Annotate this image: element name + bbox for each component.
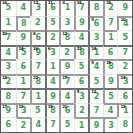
cell-r3c5[interactable]: 128 [59, 30, 74, 45]
cage-sum-label: 13 [33, 1, 38, 5]
cage-sum-label: 17 [2, 105, 7, 109]
digit-r8c1: 9 [5, 107, 11, 115]
cell-r1c3[interactable]: 133 [30, 1, 45, 16]
cell-r6c4[interactable]: 4 [45, 74, 60, 89]
digit-r9c7: 9 [94, 122, 100, 130]
digit-r1c3: 3 [36, 4, 42, 12]
cage-sum-label: 4 [62, 1, 64, 5]
cell-r8c4[interactable]: 158 [45, 103, 60, 118]
digit-r3c6: 4 [79, 34, 85, 42]
cell-r4c6[interactable]: 228 [74, 45, 89, 60]
cell-r2c8[interactable]: 7 [103, 16, 118, 31]
digit-r7c5: 4 [65, 93, 71, 101]
digit-r4c1: 4 [5, 49, 11, 57]
cell-r1c6[interactable]: 247 [74, 1, 89, 16]
cell-r3c1[interactable]: 207 [1, 30, 16, 45]
digit-r9c3: 4 [36, 121, 42, 129]
cell-r3c6[interactable]: 4 [74, 30, 89, 45]
cell-r2c4[interactable]: 5 [45, 16, 60, 31]
digit-r4c2: 5 [21, 49, 27, 57]
cell-r7c3[interactable]: 1 [30, 88, 45, 103]
digit-r7c6: 3 [79, 93, 85, 101]
cell-r4c1[interactable]: 4 [1, 45, 16, 60]
cell-r9c8[interactable]: 3 [103, 117, 118, 132]
cell-r2c7[interactable]: 96 [88, 16, 103, 31]
digit-r2c3: 2 [35, 19, 41, 27]
digit-r5c2: 6 [21, 63, 27, 71]
digit-r9c5: 5 [65, 121, 71, 129]
cell-r1c7[interactable]: 8 [88, 1, 103, 16]
digit-r8c4: 8 [50, 107, 56, 115]
cell-r8c1[interactable]: 179 [1, 103, 16, 118]
cell-r1c4[interactable]: 116 [45, 1, 60, 16]
digit-r6c3: 8 [36, 78, 42, 86]
cell-r1c9[interactable]: 9 [117, 1, 132, 16]
cell-r1c1[interactable]: 105 [1, 1, 16, 16]
cell-r9c7[interactable]: 9 [88, 117, 103, 132]
digit-r5c4: 1 [50, 63, 56, 71]
digit-r2c5: 3 [65, 19, 71, 27]
cell-r6c6[interactable]: 6 [74, 74, 89, 89]
cell-r6c8[interactable]: 9 [103, 74, 118, 89]
digit-r9c8: 3 [108, 122, 114, 130]
digit-r2c1: 1 [5, 19, 11, 27]
cage-sum-label: 24 [77, 1, 82, 5]
digit-r5c6: 5 [79, 63, 85, 71]
cage-sum-label: 18 [106, 1, 111, 5]
digit-r6c5: 7 [65, 78, 71, 86]
cell-r6c2[interactable]: 1 [16, 74, 31, 89]
digit-r7c7: 2 [94, 93, 100, 101]
cell-r7c5[interactable]: 4 [59, 88, 74, 103]
cell-r5c2[interactable]: 6 [16, 59, 31, 74]
digit-r8c5: 6 [65, 107, 71, 115]
cell-r2c1[interactable]: 1 [1, 16, 16, 31]
cell-r9c9[interactable]: 8 [117, 117, 132, 132]
cell-r3c9[interactable]: 5 [117, 30, 132, 45]
digit-r3c3: 6 [36, 34, 42, 42]
cage-sum-label: 9 [91, 18, 93, 22]
digit-r8c6: 2 [79, 107, 85, 115]
cage-sum-label: 5 [77, 90, 79, 94]
cage-sum-label: 12 [19, 105, 24, 109]
cell-r7c4[interactable]: 9 [45, 88, 60, 103]
digit-r4c7: 1 [94, 49, 100, 57]
cage-sum-label: 15 [48, 105, 53, 109]
digit-r5c5: 9 [65, 63, 71, 71]
digit-r9c1: 6 [5, 121, 11, 129]
digit-r1c1: 5 [5, 4, 11, 12]
cell-r4c2[interactable]: 145 [16, 45, 31, 60]
cage-sum-label: 14 [19, 47, 24, 51]
cell-r2c6[interactable]: 9 [74, 16, 89, 31]
digit-r1c9: 9 [122, 4, 128, 12]
digit-r3c9: 5 [122, 34, 128, 42]
cell-r7c1[interactable]: 8 [1, 88, 16, 103]
digit-r9c2: 2 [21, 122, 27, 130]
digit-r6c9: 3 [123, 78, 129, 86]
cell-r8c9[interactable]: 121 [117, 103, 132, 118]
cage-sum-label: 14 [91, 47, 96, 51]
digit-r2c2: 8 [21, 20, 27, 28]
cell-r1c2[interactable]: 4 [16, 1, 31, 16]
digit-r2c9: 4 [123, 20, 129, 28]
cell-r1c5[interactable]: 41 [59, 1, 74, 16]
cell-r8c7[interactable]: 7 [88, 103, 103, 118]
digit-r3c4: 2 [50, 34, 56, 42]
digit-r2c4: 5 [50, 19, 56, 27]
cell-r9c6[interactable]: 1 [74, 117, 89, 132]
cell-r6c5[interactable]: 177 [59, 74, 74, 89]
cell-r9c2[interactable]: 2 [16, 117, 31, 132]
cell-r3c4[interactable]: 2 [45, 30, 60, 45]
cell-r3c3[interactable]: 86 [30, 30, 45, 45]
digit-r5c3: 7 [36, 63, 42, 71]
cell-r8c2[interactable]: 123 [16, 103, 31, 118]
digit-r7c2: 7 [21, 93, 27, 101]
cell-r4c5[interactable]: 2 [59, 45, 74, 60]
cage-sum-label: 20 [2, 32, 7, 36]
cell-r4c7[interactable]: 141 [88, 45, 103, 60]
cage-sum-label: 6 [48, 47, 50, 51]
cage-sum-label: 10 [120, 18, 125, 22]
digit-r7c3: 1 [36, 93, 42, 101]
cage-sum-label: 11 [48, 1, 53, 5]
cage-sum-label: 12 [120, 105, 125, 109]
digit-r6c7: 5 [94, 78, 100, 86]
cell-r5c5[interactable]: 9 [59, 59, 74, 74]
cell-r3c2[interactable]: 9 [16, 30, 31, 45]
digit-r6c8: 9 [108, 78, 114, 86]
cell-r7c6[interactable]: 53 [74, 88, 89, 103]
digit-r8c3: 5 [35, 107, 41, 115]
digit-r6c1: 2 [5, 78, 11, 86]
cage-sum-label: 17 [62, 76, 67, 80]
cell-r5c8[interactable]: 198 [103, 59, 118, 74]
digit-r3c1: 7 [5, 34, 11, 42]
digit-r1c8: 2 [108, 4, 114, 12]
digit-r5c9: 2 [122, 63, 128, 71]
digit-r3c8: 1 [108, 34, 114, 42]
digit-r7c4: 9 [50, 93, 56, 101]
digit-r2c7: 6 [94, 20, 100, 28]
cell-r2c2[interactable]: 8 [16, 16, 31, 31]
cell-r5c9[interactable]: 2 [117, 59, 132, 74]
digit-r7c1: 8 [5, 93, 11, 101]
cell-r5c1[interactable]: 3 [1, 59, 16, 74]
cell-r4c8[interactable]: 6 [103, 45, 118, 60]
digit-r8c2: 3 [21, 107, 27, 115]
cage-sum-label: 10 [2, 1, 7, 5]
cell-r7c8[interactable]: 5 [103, 88, 118, 103]
cage-sum-label: 16 [33, 47, 38, 51]
cell-r5c7[interactable]: 94 [88, 59, 103, 74]
cage-sum-label: 12 [62, 32, 67, 36]
cell-r2c3[interactable]: 2 [30, 16, 45, 31]
cage-sum-label: 8 [33, 32, 35, 36]
digit-r6c6: 6 [79, 78, 85, 86]
cell-r6c3[interactable]: 228 [30, 74, 45, 89]
digit-r7c8: 5 [108, 93, 114, 101]
cage-sum-label: 14 [120, 76, 125, 80]
cage-sum-label: 13 [91, 90, 96, 94]
digit-r4c6: 8 [79, 49, 85, 57]
cell-r9c1[interactable]: 6 [1, 117, 16, 132]
digit-r1c2: 4 [21, 4, 27, 12]
cell-r3c7[interactable]: 3 [88, 30, 103, 45]
cell-r5c3[interactable]: 7 [30, 59, 45, 74]
digit-r1c6: 7 [79, 4, 85, 12]
digit-r8c9: 1 [123, 107, 129, 115]
digit-r3c5: 8 [65, 34, 71, 42]
cell-r7c7[interactable]: 132 [88, 88, 103, 103]
digit-r4c3: 9 [36, 49, 42, 57]
killer-sudoku-board: 1054133116412478182918253996710420798621… [0, 0, 133, 133]
cell-r3c8[interactable]: 1 [103, 30, 118, 45]
digit-r2c6: 9 [79, 19, 85, 27]
cell-r8c6[interactable]: 2 [74, 103, 89, 118]
cell-r2c9[interactable]: 104 [117, 16, 132, 31]
digit-r1c5: 1 [65, 4, 71, 12]
digit-r6c4: 4 [50, 78, 56, 86]
digit-r9c4: 7 [50, 121, 56, 129]
digit-r8c7: 7 [94, 107, 100, 115]
digit-r6c2: 1 [21, 78, 27, 86]
cell-r4c4[interactable]: 63 [45, 45, 60, 60]
cell-r5c6[interactable]: 5 [74, 59, 89, 74]
cell-r7c2[interactable]: 7 [16, 88, 31, 103]
digit-r7c9: 6 [122, 93, 128, 101]
cage-sum-label: 9 [91, 61, 93, 65]
cell-r6c1[interactable]: 182 [1, 74, 16, 89]
cell-r4c3[interactable]: 169 [30, 45, 45, 60]
cell-r7c9[interactable]: 6 [117, 88, 132, 103]
digit-r5c1: 3 [5, 63, 11, 71]
cell-r9c4[interactable]: 7 [45, 117, 60, 132]
digit-r1c7: 8 [94, 4, 100, 12]
digit-r4c5: 2 [64, 49, 70, 57]
digit-r4c4: 3 [50, 49, 56, 57]
digit-r3c7: 3 [94, 34, 100, 42]
cage-sum-label: 22 [33, 76, 38, 80]
cage-sum-label: 22 [77, 47, 82, 51]
digit-r3c2: 9 [21, 34, 27, 42]
digit-r4c9: 7 [122, 49, 128, 57]
cell-r9c5[interactable]: 5 [59, 117, 74, 132]
cell-r9c3[interactable]: 4 [30, 117, 45, 132]
cell-r8c5[interactable]: 216 [59, 103, 74, 118]
digit-r9c6: 1 [79, 122, 85, 130]
cell-r5c4[interactable]: 1 [45, 59, 60, 74]
cell-r8c8[interactable]: 4 [103, 103, 118, 118]
digit-r9c9: 8 [122, 121, 128, 129]
cell-r8c3[interactable]: 5 [30, 103, 45, 118]
cage-sum-label: 21 [62, 105, 67, 109]
cage-sum-label: 18 [2, 76, 7, 80]
cell-r1c8[interactable]: 182 [103, 1, 118, 16]
digit-r4c8: 6 [108, 49, 114, 57]
digit-r5c8: 8 [108, 63, 114, 71]
cell-r6c7[interactable]: 5 [88, 74, 103, 89]
digit-r5c7: 4 [94, 63, 100, 71]
digit-r8c8: 4 [108, 107, 114, 115]
cage-sum-label: 19 [106, 61, 111, 65]
digit-r1c4: 6 [50, 4, 56, 12]
cell-r2c5[interactable]: 3 [59, 16, 74, 31]
cell-r6c9[interactable]: 143 [117, 74, 132, 89]
digit-r2c8: 7 [108, 19, 114, 27]
cell-r4c9[interactable]: 7 [117, 45, 132, 60]
